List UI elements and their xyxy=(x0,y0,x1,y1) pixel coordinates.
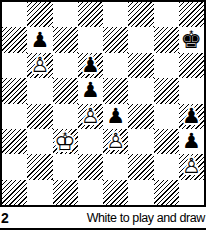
white-pawn-outline-icon: ♙ xyxy=(103,129,128,154)
square-d8 xyxy=(78,2,103,27)
black-pawn-icon: ♟ xyxy=(78,78,103,103)
square-f3 xyxy=(128,129,153,154)
black-king-piece: ♚ xyxy=(179,27,204,52)
white-pawn-piece: ♟♙ xyxy=(27,53,52,78)
square-a6 xyxy=(2,53,27,78)
square-e6 xyxy=(103,53,128,78)
square-g4 xyxy=(154,104,179,129)
square-g6 xyxy=(154,53,179,78)
square-b4 xyxy=(27,104,52,129)
white-pawn-piece: ♟♙ xyxy=(78,104,103,129)
chess-board: ♟♚♟♙♟♟♟♙♟♟♚♔♟♙♟♟♙ xyxy=(0,0,206,207)
black-pawn-icon: ♟ xyxy=(179,129,204,154)
white-king-outline-icon: ♔ xyxy=(53,129,78,154)
square-c4 xyxy=(53,104,78,129)
square-b8 xyxy=(27,2,52,27)
square-c7 xyxy=(53,27,78,52)
square-c8 xyxy=(53,2,78,27)
square-b6: ♟♙ xyxy=(27,53,52,78)
black-king-icon: ♚ xyxy=(179,27,204,52)
black-pawn-icon: ♟ xyxy=(27,27,52,52)
black-pawn-icon: ♟ xyxy=(78,53,103,78)
square-h4: ♟ xyxy=(179,104,204,129)
square-a5 xyxy=(2,78,27,103)
black-pawn-piece: ♟ xyxy=(179,129,204,154)
square-f5 xyxy=(128,78,153,103)
square-h5 xyxy=(179,78,204,103)
square-a2 xyxy=(2,154,27,179)
square-h6 xyxy=(179,53,204,78)
square-a4 xyxy=(2,104,27,129)
black-pawn-piece: ♟ xyxy=(78,78,103,103)
square-d6: ♟ xyxy=(78,53,103,78)
square-c2 xyxy=(53,154,78,179)
black-pawn-icon: ♟ xyxy=(179,104,204,129)
square-h3: ♟ xyxy=(179,129,204,154)
square-c3: ♚♔ xyxy=(53,129,78,154)
square-a8 xyxy=(2,2,27,27)
square-e5 xyxy=(103,78,128,103)
square-f6 xyxy=(128,53,153,78)
square-b5 xyxy=(27,78,52,103)
square-f7 xyxy=(128,27,153,52)
white-pawn-piece: ♟♙ xyxy=(179,154,204,179)
square-a1 xyxy=(2,180,27,205)
square-b2 xyxy=(27,154,52,179)
square-d2 xyxy=(78,154,103,179)
square-e8 xyxy=(103,2,128,27)
square-g1 xyxy=(154,180,179,205)
caption-bar: 2 White to play and draw xyxy=(0,208,206,228)
square-h1 xyxy=(179,180,204,205)
square-f2 xyxy=(128,154,153,179)
chess-diagram-page: ♟♚♟♙♟♟♟♙♟♟♚♔♟♙♟♟♙ 2 White to play and dr… xyxy=(0,0,206,232)
square-a3 xyxy=(2,129,27,154)
square-g7 xyxy=(154,27,179,52)
diagram-number: 2 xyxy=(0,210,9,226)
square-g2 xyxy=(154,154,179,179)
square-h7: ♚ xyxy=(179,27,204,52)
square-a7 xyxy=(2,27,27,52)
square-c5 xyxy=(53,78,78,103)
black-pawn-piece: ♟ xyxy=(78,53,103,78)
square-e1 xyxy=(103,180,128,205)
square-h8 xyxy=(179,2,204,27)
square-d4: ♟♙ xyxy=(78,104,103,129)
square-d3 xyxy=(78,129,103,154)
square-e4: ♟ xyxy=(103,104,128,129)
square-b1 xyxy=(27,180,52,205)
white-pawn-outline-icon: ♙ xyxy=(27,53,52,78)
square-e2 xyxy=(103,154,128,179)
white-king-piece: ♚♔ xyxy=(53,129,78,154)
square-b3 xyxy=(27,129,52,154)
caption-text: White to play and draw xyxy=(87,211,206,225)
black-pawn-piece: ♟ xyxy=(27,27,52,52)
square-c1 xyxy=(53,180,78,205)
bottom-rule xyxy=(0,228,206,230)
square-g3 xyxy=(154,129,179,154)
square-d7 xyxy=(78,27,103,52)
square-d1 xyxy=(78,180,103,205)
black-pawn-icon: ♟ xyxy=(103,104,128,129)
white-pawn-outline-icon: ♙ xyxy=(78,104,103,129)
square-b7: ♟ xyxy=(27,27,52,52)
square-g5 xyxy=(154,78,179,103)
white-pawn-outline-icon: ♙ xyxy=(179,154,204,179)
square-e7 xyxy=(103,27,128,52)
square-f4 xyxy=(128,104,153,129)
white-pawn-piece: ♟♙ xyxy=(103,129,128,154)
square-c6 xyxy=(53,53,78,78)
square-f1 xyxy=(128,180,153,205)
square-e3: ♟♙ xyxy=(103,129,128,154)
black-pawn-piece: ♟ xyxy=(103,104,128,129)
square-f8 xyxy=(128,2,153,27)
square-g8 xyxy=(154,2,179,27)
black-pawn-piece: ♟ xyxy=(179,104,204,129)
square-d5: ♟ xyxy=(78,78,103,103)
square-h2: ♟♙ xyxy=(179,154,204,179)
